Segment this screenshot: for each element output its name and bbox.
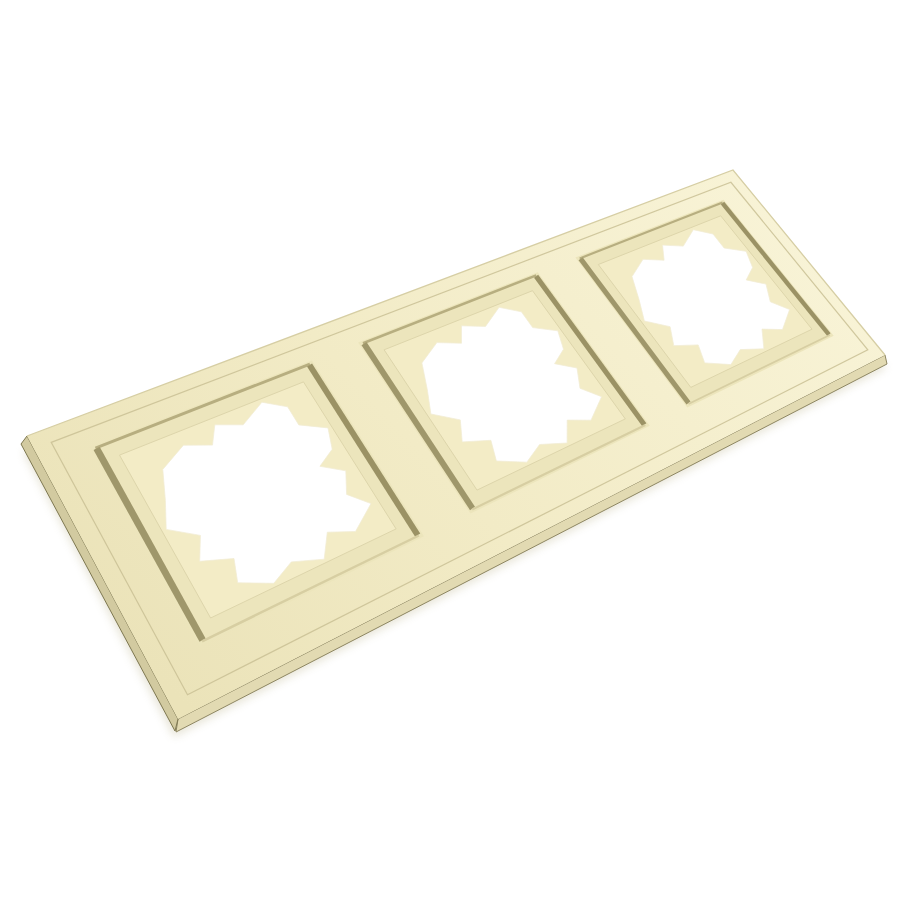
product-photo [0,0,900,900]
triple-frame-photo [0,0,900,900]
